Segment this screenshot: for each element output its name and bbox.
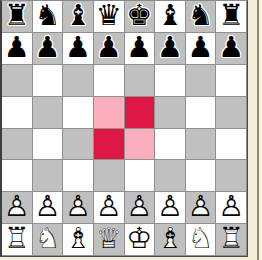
black-queen: ♛ [94,1,124,32]
white-pawn: ♟♙ [33,192,63,223]
black-pawn: ♟ [94,33,124,64]
piece-fill-glyph: ♟ [34,191,60,222]
square-b5[interactable] [33,97,64,129]
square-e3[interactable] [125,160,156,192]
square-c6[interactable] [63,65,94,97]
window-frame-edge [259,0,262,260]
piece-outline-glyph: ♗ [65,223,91,254]
piece-fill-glyph: ♟ [65,191,91,222]
piece-outline-glyph: ♖ [218,223,244,254]
square-f7[interactable]: ♟ [155,33,186,65]
piece-fill-glyph: ♞ [188,223,214,254]
square-f6[interactable] [155,65,186,97]
piece-outline-glyph: ♘ [188,223,214,254]
piece-outline-glyph: ♙ [126,191,152,222]
white-pawn: ♟♙ [63,192,93,223]
black-pawn: ♟ [125,33,155,64]
square-a6[interactable] [2,65,33,97]
piece-fill-glyph: ♜ [4,0,30,31]
piece-fill-glyph: ♞ [34,223,60,254]
square-e6[interactable] [125,65,156,97]
piece-fill-glyph: ♝ [65,223,91,254]
white-knight: ♞♘ [33,224,63,255]
square-a2[interactable]: ♟♙ [2,192,33,224]
square-f3[interactable] [155,160,186,192]
black-bishop: ♝ [155,1,185,32]
square-b1[interactable]: ♞♘ [33,224,64,256]
piece-fill-glyph: ♟ [218,191,244,222]
square-a1[interactable]: ♜♖ [2,224,33,256]
square-e2[interactable]: ♟♙ [125,192,156,224]
piece-outline-glyph: ♙ [4,191,30,222]
square-c1[interactable]: ♝♗ [63,224,94,256]
piece-fill-glyph: ♛ [96,223,122,254]
piece-outline-glyph: ♙ [188,191,214,222]
square-g4[interactable] [186,129,217,161]
square-e1[interactable]: ♚♔ [125,224,156,256]
square-b4[interactable] [33,129,64,161]
square-b7[interactable]: ♟ [33,33,64,65]
piece-fill-glyph: ♝ [65,0,91,31]
square-f8[interactable]: ♝ [155,1,186,33]
white-rook: ♜♖ [2,224,32,255]
white-bishop: ♝♗ [155,224,185,255]
square-a8[interactable]: ♜ [2,1,33,33]
black-pawn: ♟ [63,33,93,64]
piece-fill-glyph: ♜ [218,223,244,254]
piece-fill-glyph: ♟ [96,191,122,222]
square-f5[interactable] [155,97,186,129]
square-h6[interactable] [216,65,247,97]
black-king: ♚ [125,1,155,32]
white-knight: ♞♘ [186,224,216,255]
piece-fill-glyph: ♟ [126,191,152,222]
square-c4[interactable] [63,129,94,161]
square-b6[interactable] [33,65,64,97]
piece-fill-glyph: ♞ [34,0,60,31]
square-g6[interactable] [186,65,217,97]
black-rook: ♜ [216,1,246,32]
piece-fill-glyph: ♝ [157,0,183,31]
square-b8[interactable]: ♞ [33,1,64,33]
piece-fill-glyph: ♟ [218,32,244,63]
white-pawn: ♟♙ [125,192,155,223]
square-d7[interactable]: ♟ [94,33,125,65]
piece-fill-glyph: ♟ [157,191,183,222]
black-bishop: ♝ [63,1,93,32]
square-e4[interactable] [125,129,156,161]
piece-fill-glyph: ♚ [126,0,152,31]
square-a5[interactable] [2,97,33,129]
chess-board: ♜♞♝♛♚♝♞♜♟♟♟♟♟♟♟♟♟♙♟♙♟♙♟♙♟♙♟♙♟♙♟♙♜♖♞♘♝♗♛♕… [0,0,248,257]
white-king: ♚♔ [125,224,155,255]
square-h2[interactable]: ♟♙ [216,192,247,224]
square-a4[interactable] [2,129,33,161]
square-g2[interactable]: ♟♙ [186,192,217,224]
piece-fill-glyph: ♞ [188,0,214,31]
white-rook: ♜♖ [216,224,246,255]
piece-outline-glyph: ♗ [157,223,183,254]
black-pawn: ♟ [2,33,32,64]
square-h5[interactable] [216,97,247,129]
piece-outline-glyph: ♕ [96,223,122,254]
piece-fill-glyph: ♟ [126,32,152,63]
piece-outline-glyph: ♙ [157,191,183,222]
square-h1[interactable]: ♜♖ [216,224,247,256]
white-pawn: ♟♙ [216,192,246,223]
white-queen: ♛♕ [94,224,124,255]
square-d3[interactable] [94,160,125,192]
piece-fill-glyph: ♛ [96,0,122,31]
square-g5[interactable] [186,97,217,129]
piece-fill-glyph: ♟ [157,32,183,63]
square-g3[interactable] [186,160,217,192]
black-knight: ♞ [186,1,216,32]
piece-fill-glyph: ♜ [218,0,244,31]
piece-outline-glyph: ♖ [4,223,30,254]
piece-outline-glyph: ♘ [34,223,60,254]
square-c8[interactable]: ♝ [63,1,94,33]
square-h8[interactable]: ♜ [216,1,247,33]
square-g7[interactable]: ♟ [186,33,217,65]
square-g1[interactable]: ♞♘ [186,224,217,256]
black-rook: ♜ [2,1,32,32]
white-pawn: ♟♙ [186,192,216,223]
white-pawn: ♟♙ [155,192,185,223]
piece-fill-glyph: ♝ [157,223,183,254]
black-pawn: ♟ [33,33,63,64]
square-b3[interactable] [33,160,64,192]
white-pawn: ♟♙ [2,192,32,223]
square-d1[interactable]: ♛♕ [94,224,125,256]
black-pawn: ♟ [216,33,246,64]
square-h4[interactable] [216,129,247,161]
piece-fill-glyph: ♟ [34,32,60,63]
white-pawn: ♟♙ [94,192,124,223]
square-g8[interactable]: ♞ [186,1,217,33]
square-c5[interactable] [63,97,94,129]
square-b2[interactable]: ♟♙ [33,192,64,224]
piece-fill-glyph: ♟ [188,191,214,222]
square-e8[interactable]: ♚ [125,1,156,33]
square-e7[interactable]: ♟ [125,33,156,65]
square-f1[interactable]: ♝♗ [155,224,186,256]
piece-outline-glyph: ♔ [126,223,152,254]
square-h7[interactable]: ♟ [216,33,247,65]
square-c7[interactable]: ♟ [63,33,94,65]
square-d6[interactable] [94,65,125,97]
square-h3[interactable] [216,160,247,192]
piece-fill-glyph: ♟ [4,32,30,63]
piece-fill-glyph: ♜ [4,223,30,254]
piece-outline-glyph: ♙ [218,191,244,222]
square-c2[interactable]: ♟♙ [63,192,94,224]
square-d4[interactable] [94,129,125,161]
black-pawn: ♟ [155,33,185,64]
piece-outline-glyph: ♙ [96,191,122,222]
black-pawn: ♟ [186,33,216,64]
piece-outline-glyph: ♙ [34,191,60,222]
square-e5[interactable] [125,97,156,129]
square-f2[interactable]: ♟♙ [155,192,186,224]
square-d5[interactable] [94,97,125,129]
square-d2[interactable]: ♟♙ [94,192,125,224]
black-knight: ♞ [33,1,63,32]
square-a3[interactable] [2,160,33,192]
white-bishop: ♝♗ [63,224,93,255]
piece-outline-glyph: ♙ [65,191,91,222]
square-f4[interactable] [155,129,186,161]
piece-fill-glyph: ♟ [4,191,30,222]
square-d8[interactable]: ♛ [94,1,125,33]
square-a7[interactable]: ♟ [2,33,33,65]
piece-fill-glyph: ♟ [188,32,214,63]
piece-fill-glyph: ♟ [96,32,122,63]
square-c3[interactable] [63,160,94,192]
piece-fill-glyph: ♚ [126,223,152,254]
chess-app-window: ♜♞♝♛♚♝♞♜♟♟♟♟♟♟♟♟♟♙♟♙♟♙♟♙♟♙♟♙♟♙♟♙♜♖♞♘♝♗♛♕… [0,0,262,260]
piece-fill-glyph: ♟ [65,32,91,63]
